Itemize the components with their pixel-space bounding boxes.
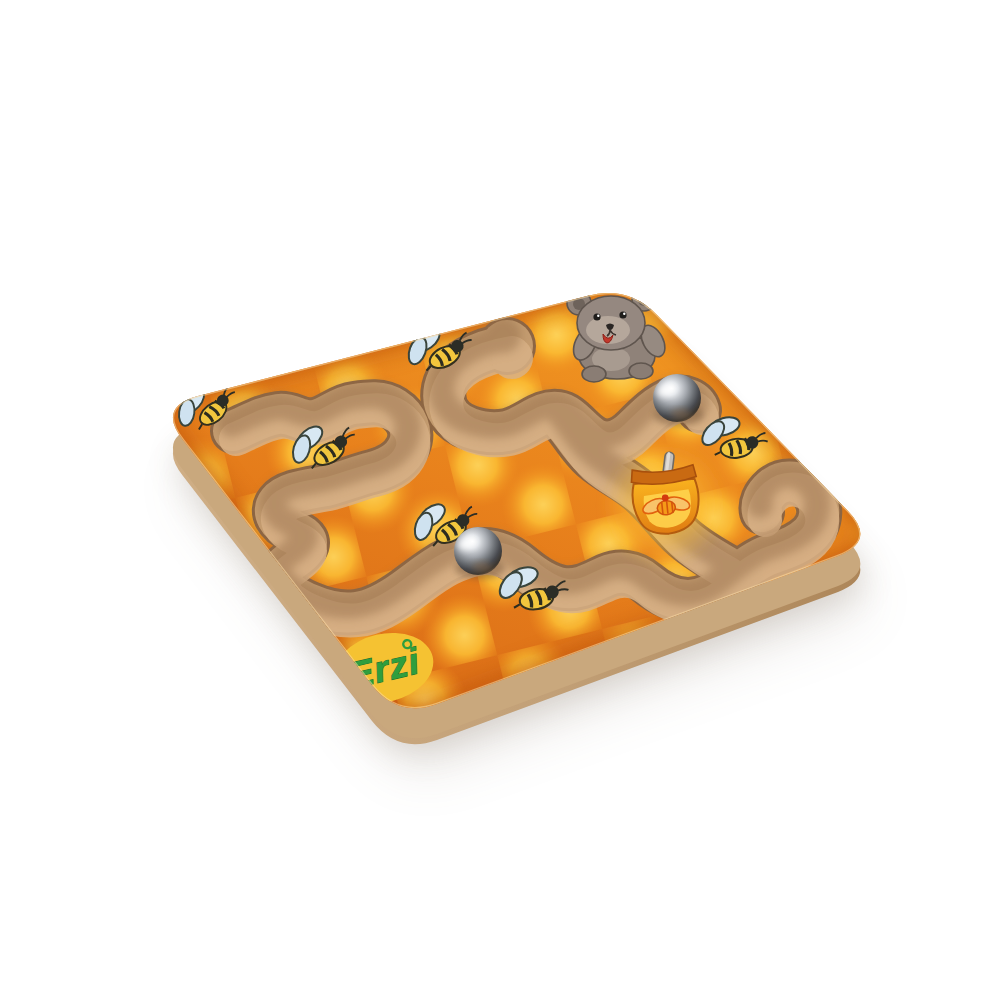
product-photo: Erzi [0,0,1000,1000]
honey-pot-illustration [602,443,726,567]
scene: Erzi [0,0,1000,1000]
